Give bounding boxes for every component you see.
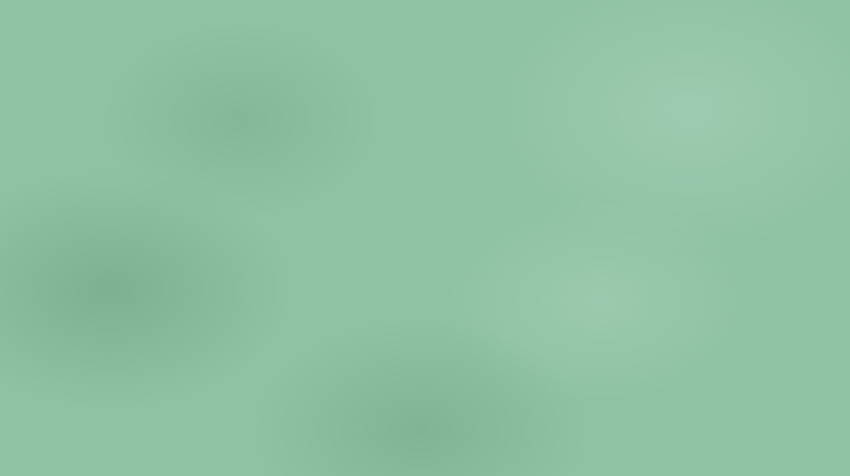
xiangqi-board-screenshot — [0, 0, 850, 476]
board-grid — [0, 0, 850, 476]
